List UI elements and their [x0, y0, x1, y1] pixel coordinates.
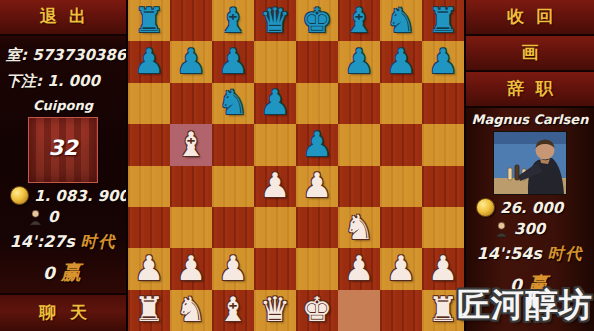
square-e2[interactable]: [296, 248, 338, 289]
square-c7[interactable]: ♟: [212, 41, 254, 82]
square-e5[interactable]: ♟: [296, 124, 338, 165]
chess-game-window: 退出 室: 573730386 下注: 1. 000 Cuipong 32 1.…: [0, 0, 594, 331]
square-g5[interactable]: [380, 124, 422, 165]
black-pawn-piece[interactable]: ♟: [134, 44, 164, 78]
square-a5[interactable]: [128, 124, 170, 165]
white-rook-piece[interactable]: ♜: [134, 292, 164, 326]
white-rook-piece[interactable]: ♜: [428, 292, 458, 326]
right-player-name: Magnus Carlsen: [466, 112, 594, 127]
square-d1[interactable]: ♛: [254, 290, 296, 331]
left-viewers-value: 0: [48, 208, 58, 226]
room-number-label: 室: 573730386: [6, 42, 122, 68]
square-c6[interactable]: ♞: [212, 83, 254, 124]
right-player-avatar[interactable]: [493, 131, 567, 195]
white-pawn-piece[interactable]: ♟: [344, 251, 374, 285]
right-viewers-row: 300: [494, 220, 594, 238]
black-knight-piece[interactable]: ♞: [218, 85, 248, 119]
square-g6[interactable]: [380, 83, 422, 124]
square-a8[interactable]: ♜: [128, 0, 170, 41]
left-wins-value: 0: [43, 263, 55, 283]
square-b1[interactable]: ♞: [170, 290, 212, 331]
square-h1[interactable]: ♜: [422, 290, 464, 331]
square-g8[interactable]: ♞: [380, 0, 422, 41]
right-wins-label: 赢: [528, 272, 550, 296]
square-g2[interactable]: ♟: [380, 248, 422, 289]
right-wins-row: 0 赢: [466, 271, 594, 298]
square-d3[interactable]: [254, 207, 296, 248]
black-bishop-piece[interactable]: ♝: [344, 3, 374, 37]
square-e4[interactable]: ♟: [296, 166, 338, 207]
white-pawn-piece[interactable]: ♟: [386, 251, 416, 285]
square-h4[interactable]: [422, 166, 464, 207]
square-f4[interactable]: [338, 166, 380, 207]
right-coins-value: 26. 000: [500, 199, 563, 217]
white-pawn-piece[interactable]: ♟: [260, 168, 290, 202]
square-h2[interactable]: ♟: [422, 248, 464, 289]
square-c4[interactable]: [212, 166, 254, 207]
black-pawn-piece[interactable]: ♟: [428, 44, 458, 78]
square-f5[interactable]: [338, 124, 380, 165]
square-d2[interactable]: [254, 248, 296, 289]
left-coins-value: 1. 083. 900: [34, 187, 128, 205]
white-pawn-piece[interactable]: ♟: [218, 251, 248, 285]
black-rook-piece[interactable]: ♜: [134, 3, 164, 37]
square-h8[interactable]: ♜: [422, 0, 464, 41]
square-g7[interactable]: ♟: [380, 41, 422, 82]
white-pawn-piece[interactable]: ♟: [428, 251, 458, 285]
square-a1[interactable]: ♜: [128, 290, 170, 331]
square-a2[interactable]: ♟: [128, 248, 170, 289]
square-f1[interactable]: [338, 290, 380, 331]
white-queen-piece[interactable]: ♛: [260, 292, 290, 326]
square-b6[interactable]: [170, 83, 212, 124]
white-pawn-piece[interactable]: ♟: [302, 168, 332, 202]
left-wins-row: 0 赢: [0, 259, 126, 286]
left-wins-label: 赢: [61, 260, 83, 284]
player-photo: [494, 132, 566, 194]
white-knight-piece[interactable]: ♞: [344, 210, 374, 244]
right-time-value: 14':54s: [477, 244, 542, 263]
left-time-row: 14':27s 时代: [0, 232, 126, 253]
left-panel: 退出 室: 573730386 下注: 1. 000 Cuipong 32 1.…: [0, 0, 128, 331]
black-pawn-piece[interactable]: ♟: [302, 127, 332, 161]
square-g3[interactable]: [380, 207, 422, 248]
black-pawn-piece[interactable]: ♟: [218, 44, 248, 78]
black-king-piece[interactable]: ♚: [302, 3, 332, 37]
white-pawn-piece[interactable]: ♟: [134, 251, 164, 285]
square-a7[interactable]: ♟: [128, 41, 170, 82]
white-bishop-piece[interactable]: ♝: [218, 292, 248, 326]
square-d8[interactable]: ♛: [254, 0, 296, 41]
black-pawn-piece[interactable]: ♟: [260, 85, 290, 119]
square-h5[interactable]: [422, 124, 464, 165]
square-f7[interactable]: ♟: [338, 41, 380, 82]
white-knight-piece[interactable]: ♞: [176, 292, 206, 326]
right-coins-row: 26. 000: [476, 198, 594, 217]
square-h3[interactable]: [422, 207, 464, 248]
exit-button[interactable]: 退出: [0, 0, 126, 36]
black-queen-piece[interactable]: ♛: [260, 3, 290, 37]
white-pawn-piece[interactable]: ♟: [176, 251, 206, 285]
square-f6[interactable]: [338, 83, 380, 124]
black-pawn-piece[interactable]: ♟: [344, 44, 374, 78]
square-b5[interactable]: ♝: [170, 124, 212, 165]
coin-icon: [476, 198, 495, 217]
square-d6[interactable]: ♟: [254, 83, 296, 124]
avatar-number-badge: 32: [29, 136, 97, 160]
square-d4[interactable]: ♟: [254, 166, 296, 207]
square-e6[interactable]: [296, 83, 338, 124]
square-b2[interactable]: ♟: [170, 248, 212, 289]
square-b4[interactable]: [170, 166, 212, 207]
square-f8[interactable]: ♝: [338, 0, 380, 41]
square-e8[interactable]: ♚: [296, 0, 338, 41]
square-e7[interactable]: [296, 41, 338, 82]
square-d7[interactable]: [254, 41, 296, 82]
square-c1[interactable]: ♝: [212, 290, 254, 331]
draw-button[interactable]: 画: [466, 36, 594, 72]
white-bishop-piece[interactable]: ♝: [176, 127, 206, 161]
square-f3[interactable]: ♞: [338, 207, 380, 248]
right-time-row: 14':54s 时代: [466, 244, 594, 265]
square-a6[interactable]: [128, 83, 170, 124]
square-c3[interactable]: [212, 207, 254, 248]
right-wins-value: 0: [510, 275, 522, 295]
chat-button[interactable]: 聊天: [0, 293, 126, 331]
square-g4[interactable]: [380, 166, 422, 207]
square-b3[interactable]: [170, 207, 212, 248]
black-pawn-piece[interactable]: ♟: [176, 44, 206, 78]
black-knight-piece[interactable]: ♞: [386, 3, 416, 37]
square-c2[interactable]: ♟: [212, 248, 254, 289]
square-a3[interactable]: [128, 207, 170, 248]
black-rook-piece[interactable]: ♜: [428, 3, 458, 37]
square-g1[interactable]: [380, 290, 422, 331]
left-player-avatar[interactable]: 32: [28, 117, 98, 183]
square-h7[interactable]: ♟: [422, 41, 464, 82]
left-coins-row: 1. 083. 900: [10, 186, 126, 205]
left-time-value: 14':27s: [10, 232, 75, 251]
square-b8[interactable]: [170, 0, 212, 41]
black-bishop-piece[interactable]: ♝: [218, 3, 248, 37]
takeback-button[interactable]: 收回: [466, 0, 594, 36]
square-c5[interactable]: [212, 124, 254, 165]
square-e1[interactable]: ♚: [296, 290, 338, 331]
left-player-name: Cuipong: [0, 98, 126, 113]
resign-button[interactable]: 辞职: [466, 72, 594, 108]
person-icon: [494, 221, 509, 238]
square-b7[interactable]: ♟: [170, 41, 212, 82]
black-pawn-piece[interactable]: ♟: [386, 44, 416, 78]
left-time-label: 时代: [80, 232, 116, 251]
coin-icon: [10, 186, 29, 205]
left-viewers-row: 0: [28, 208, 126, 226]
bet-label: 下注: 1. 000: [6, 68, 122, 94]
square-e3[interactable]: [296, 207, 338, 248]
right-panel: 收回 画 辞职 Magnus Carlsen 26. 000: [464, 0, 594, 331]
square-a4[interactable]: [128, 166, 170, 207]
square-d5[interactable]: [254, 124, 296, 165]
person-icon: [28, 209, 43, 226]
room-info: 室: 573730386 下注: 1. 000: [0, 36, 126, 94]
square-h6[interactable]: [422, 83, 464, 124]
square-f2[interactable]: ♟: [338, 248, 380, 289]
white-king-piece[interactable]: ♚: [302, 292, 332, 326]
square-c8[interactable]: ♝: [212, 0, 254, 41]
right-time-label: 时代: [547, 244, 583, 263]
right-viewers-value: 300: [514, 220, 545, 238]
chess-board: ♜♝♛♚♝♞♜♟♟♟♟♟♟♞♟♝♟♟♟♞♟♟♟♟♟♟♜♞♝♛♚♜: [128, 0, 464, 331]
